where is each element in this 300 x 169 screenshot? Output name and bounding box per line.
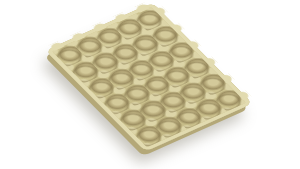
egg-tray (45, 3, 252, 152)
pocket-grid (52, 7, 246, 147)
photo-stage (0, 0, 300, 169)
